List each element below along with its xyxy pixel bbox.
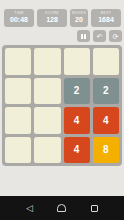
- recents-icon[interactable]: [91, 205, 98, 212]
- pause-icon: [81, 34, 86, 39]
- stat-best: BEST 1684: [91, 9, 121, 27]
- back-icon[interactable]: ◁: [26, 204, 33, 213]
- app-screen: TIME 00:48 SCORE 128 MOVES 20 BEST 1684 …: [0, 0, 124, 220]
- tile-2-r2c3: 2: [64, 78, 90, 105]
- stat-time: TIME 00:48: [4, 9, 34, 27]
- stat-moves-value: 20: [75, 16, 83, 24]
- stat-best-value: 1684: [98, 16, 114, 24]
- stat-score-value: 128: [46, 16, 58, 24]
- tile-4-r3c3: 4: [64, 107, 90, 134]
- stat-score: SCORE 128: [37, 9, 67, 27]
- undo-button[interactable]: ↶: [93, 30, 106, 42]
- tile-4-r4c3: 4: [64, 137, 90, 164]
- empty-cell-r3c2: [34, 107, 60, 134]
- empty-cell-r2c2: [34, 78, 60, 105]
- empty-cell-r1c3: [64, 48, 90, 75]
- stat-moves: MOVES 20: [70, 9, 88, 27]
- game-board[interactable]: 224448: [2, 45, 122, 166]
- restart-button[interactable]: ⟳: [109, 30, 122, 42]
- empty-cell-r4c1: [5, 137, 31, 164]
- tile-4-r3c4: 4: [93, 107, 119, 134]
- empty-cell-r1c1: [5, 48, 31, 75]
- empty-cell-r3c1: [5, 107, 31, 134]
- tile-2-r2c4: 2: [93, 78, 119, 105]
- home-icon[interactable]: [57, 204, 66, 212]
- android-nav-bar: ◁: [0, 196, 124, 220]
- controls-row: ↶ ⟳: [0, 27, 124, 42]
- empty-cell-r1c4: [93, 48, 119, 75]
- empty-cell-r2c1: [5, 78, 31, 105]
- pause-button[interactable]: [77, 30, 90, 42]
- stat-time-value: 00:48: [10, 16, 28, 24]
- tile-8-r4c4: 8: [93, 137, 119, 164]
- stats-row: TIME 00:48 SCORE 128 MOVES 20 BEST 1684: [0, 0, 124, 27]
- restart-icon: ⟳: [113, 33, 119, 40]
- empty-cell-r1c2: [34, 48, 60, 75]
- empty-cell-r4c2: [34, 137, 60, 164]
- undo-icon: ↶: [97, 33, 103, 40]
